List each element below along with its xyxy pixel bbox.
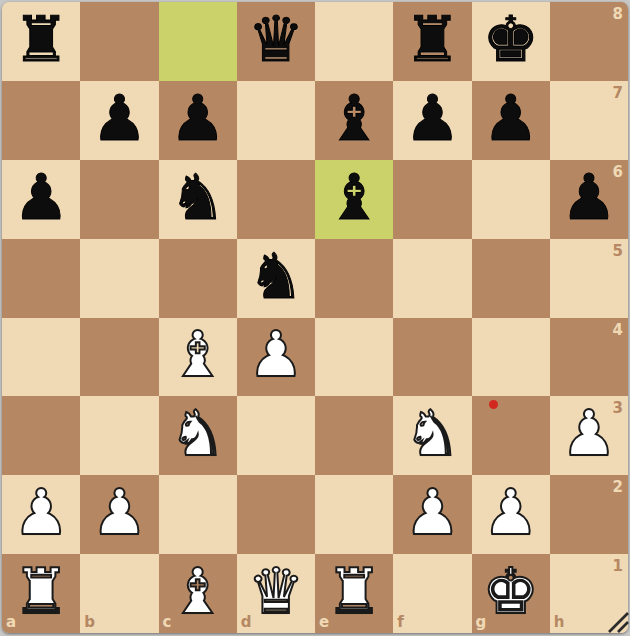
square-b2[interactable]: ♟ [80,475,158,554]
piece-black-pawn[interactable]: ♟ [472,81,550,160]
square-f5[interactable] [393,239,471,318]
piece-white-pawn[interactable]: ♟ [472,475,550,554]
square-e5[interactable] [315,239,393,318]
piece-white-pawn[interactable]: ♟ [393,475,471,554]
piece-white-pawn[interactable]: ♟ [80,475,158,554]
square-c3[interactable]: ♞ [159,396,237,475]
square-b8[interactable] [80,2,158,81]
square-c8[interactable] [159,2,237,81]
piece-white-knight[interactable]: ♞ [393,396,471,475]
piece-black-pawn[interactable]: ♟ [80,81,158,160]
file-label-b: b [84,613,95,631]
square-b5[interactable] [80,239,158,318]
square-d4[interactable]: ♟ [237,318,315,397]
square-c4[interactable]: ♝ [159,318,237,397]
square-g3[interactable] [472,396,550,475]
square-g4[interactable] [472,318,550,397]
square-e3[interactable] [315,396,393,475]
square-a4[interactable] [2,318,80,397]
square-a8[interactable]: ♜ [2,2,80,81]
square-a3[interactable] [2,396,80,475]
piece-black-bishop[interactable]: ♝ [315,81,393,160]
square-c1[interactable]: c♝ [159,554,237,633]
square-f6[interactable] [393,160,471,239]
square-e1[interactable]: e♜ [315,554,393,633]
square-a6[interactable]: ♟ [2,160,80,239]
square-d1[interactable]: d♛ [237,554,315,633]
piece-white-bishop[interactable]: ♝ [159,318,237,397]
piece-black-queen[interactable]: ♛ [237,2,315,81]
square-a5[interactable] [2,239,80,318]
file-label-h: h [554,613,565,631]
piece-black-king[interactable]: ♚ [472,2,550,81]
square-h4[interactable]: 4 [550,318,628,397]
piece-white-pawn[interactable]: ♟ [2,475,80,554]
rank-label-7: 7 [613,84,623,102]
square-c5[interactable] [159,239,237,318]
square-h8[interactable]: 8 [550,2,628,81]
square-g1[interactable]: g♚ [472,554,550,633]
piece-black-pawn[interactable]: ♟ [393,81,471,160]
square-b7[interactable]: ♟ [80,81,158,160]
square-h3[interactable]: 3♟ [550,396,628,475]
resize-handle-icon[interactable] [605,609,629,633]
piece-black-pawn[interactable]: ♟ [550,160,628,239]
square-d3[interactable] [237,396,315,475]
square-a7[interactable] [2,81,80,160]
rank-label-2: 2 [613,478,623,496]
piece-black-rook[interactable]: ♜ [393,2,471,81]
square-a2[interactable]: ♟ [2,475,80,554]
square-h5[interactable]: 5 [550,239,628,318]
square-f4[interactable] [393,318,471,397]
piece-white-rook[interactable]: ♜ [315,554,393,633]
chess-board[interactable]: ♜♛♜♚8♟♟♝♟♟7♟♞♝6♟♞5♝♟4♞♞3♟♟♟♟♟2a♜bc♝d♛e♜f… [2,2,628,633]
rank-label-1: 1 [613,557,623,575]
square-d7[interactable] [237,81,315,160]
square-h2[interactable]: 2 [550,475,628,554]
square-b6[interactable] [80,160,158,239]
square-c7[interactable]: ♟ [159,81,237,160]
square-f7[interactable]: ♟ [393,81,471,160]
file-label-f: f [397,613,404,631]
square-g8[interactable]: ♚ [472,2,550,81]
piece-white-knight[interactable]: ♞ [159,396,237,475]
piece-black-pawn[interactable]: ♟ [159,81,237,160]
rank-label-4: 4 [613,321,623,339]
square-f3[interactable]: ♞ [393,396,471,475]
square-d2[interactable] [237,475,315,554]
page: ♜♛♜♚8♟♟♝♟♟7♟♞♝6♟♞5♝♟4♞♞3♟♟♟♟♟2a♜bc♝d♛e♜f… [0,0,630,636]
square-d6[interactable] [237,160,315,239]
square-c2[interactable] [159,475,237,554]
square-e6[interactable]: ♝ [315,160,393,239]
square-f1[interactable]: f [393,554,471,633]
piece-white-pawn[interactable]: ♟ [550,396,628,475]
square-e2[interactable] [315,475,393,554]
piece-white-rook[interactable]: ♜ [2,554,80,633]
square-f8[interactable]: ♜ [393,2,471,81]
piece-black-bishop[interactable]: ♝ [315,160,393,239]
square-e7[interactable]: ♝ [315,81,393,160]
square-a1[interactable]: a♜ [2,554,80,633]
rank-label-8: 8 [613,5,623,23]
square-h6[interactable]: 6♟ [550,160,628,239]
square-b4[interactable] [80,318,158,397]
piece-black-knight[interactable]: ♞ [159,160,237,239]
square-b1[interactable]: b [80,554,158,633]
piece-white-queen[interactable]: ♛ [237,554,315,633]
piece-white-bishop[interactable]: ♝ [159,554,237,633]
square-b3[interactable] [80,396,158,475]
square-d8[interactable]: ♛ [237,2,315,81]
square-h7[interactable]: 7 [550,81,628,160]
square-g6[interactable] [472,160,550,239]
square-d5[interactable]: ♞ [237,239,315,318]
piece-black-pawn[interactable]: ♟ [2,160,80,239]
rank-label-5: 5 [613,242,623,260]
square-e4[interactable] [315,318,393,397]
piece-black-knight[interactable]: ♞ [237,239,315,318]
square-g5[interactable] [472,239,550,318]
piece-black-rook[interactable]: ♜ [2,2,80,81]
square-c6[interactable]: ♞ [159,160,237,239]
annotation-red-dot [489,400,498,409]
square-e8[interactable] [315,2,393,81]
piece-white-king[interactable]: ♚ [472,554,550,633]
square-f2[interactable]: ♟ [393,475,471,554]
piece-white-pawn[interactable]: ♟ [237,318,315,397]
square-g7[interactable]: ♟ [472,81,550,160]
square-g2[interactable]: ♟ [472,475,550,554]
